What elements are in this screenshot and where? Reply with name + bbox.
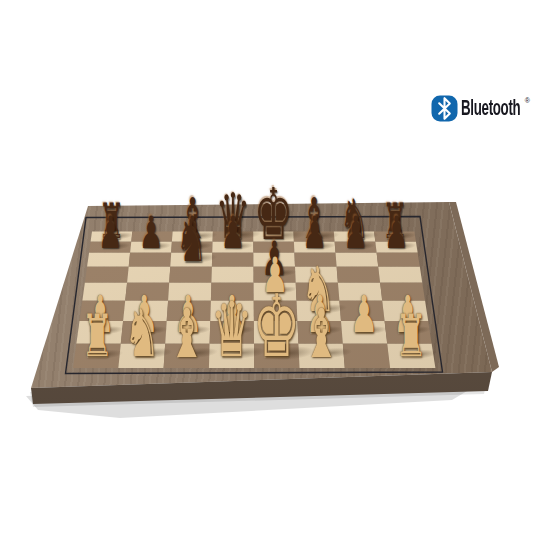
registered-trademark: ® (525, 97, 530, 104)
pieces-layer: ♜♞♝♛♚♝♜♟♟♟♟♟♟♟♞♟♟♞♟♟♟♟♟♟♟♜♝♛♚♝♞♜ (0, 0, 533, 533)
piece-black-pawn-h7: ♟ (384, 211, 409, 256)
bluetooth-icon (431, 95, 458, 122)
product-photo: ♜♞♝♛♚♝♜♟♟♟♟♟♟♟♞♟♟♞♟♟♟♟♟♟♟♜♝♛♚♝♞♜ Bluetoo… (0, 0, 533, 533)
piece-white-bishop-c1: ♝ (168, 300, 206, 368)
piece-white-rook-a1: ♜ (81, 307, 113, 365)
piece-white-knight-b1: ♞ (124, 301, 160, 367)
piece-white-bishop-f1: ♝ (303, 300, 341, 368)
bluetooth-logo-text: Bluetooth (461, 96, 520, 121)
piece-white-rook-h1: ♜ (395, 307, 427, 365)
piece-black-pawn-a7: ♟ (98, 211, 123, 256)
piece-black-pawn-d7: ♟ (221, 211, 246, 256)
bluetooth-logo: Bluetooth ® (431, 94, 530, 122)
piece-black-pawn-f7: ♟ (302, 211, 327, 256)
piece-black-pawn-b7: ♟ (139, 211, 164, 256)
piece-white-pawn-g2: ♟ (350, 289, 378, 340)
piece-white-queen-d1: ♛ (211, 293, 253, 369)
piece-white-king-e1: ♚ (253, 285, 301, 371)
piece-black-pawn-g7: ♟ (343, 211, 368, 256)
piece-black-knight-c6: ♞ (175, 212, 207, 270)
